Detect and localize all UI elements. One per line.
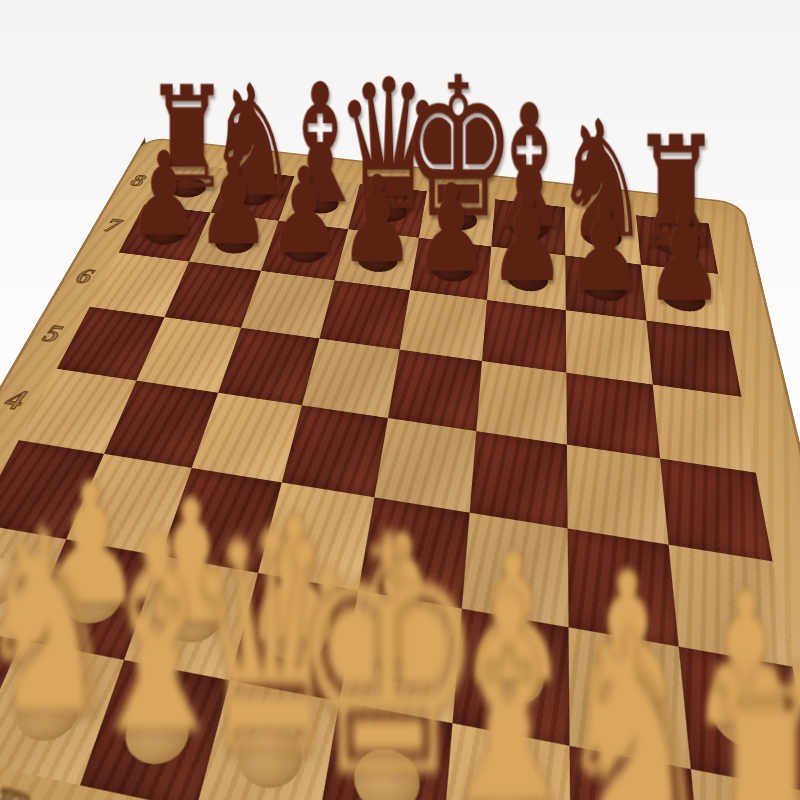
photo-scene: 87654321ABCDEFGH ♜♞♝♛♚♝♞♜♟♟♟♟♟♟♟♟♟♟♟♟♟♟♟… (0, 0, 800, 800)
rank-label-5: 5 (38, 320, 68, 349)
square-f5[interactable] (476, 361, 567, 445)
square-e5[interactable] (388, 350, 482, 432)
perspective-wrap: 87654321ABCDEFGH ♜♞♝♛♚♝♞♜♟♟♟♟♟♟♟♟♟♟♟♟♟♟♟… (0, 0, 800, 800)
piece-light-rook-h1[interactable]: ♜ (638, 635, 800, 800)
square-d6[interactable] (319, 280, 410, 349)
square-g5[interactable] (566, 373, 660, 459)
file-label-b: B (0, 770, 43, 800)
rank-label-6: 6 (71, 264, 99, 289)
chess-board: 87654321ABCDEFGH ♜♞♝♛♚♝♞♜♟♟♟♟♟♟♟♟♟♟♟♟♟♟♟… (0, 137, 800, 800)
square-d5[interactable] (302, 339, 400, 418)
rank-label-4: 4 (0, 383, 33, 416)
square-e6[interactable] (400, 290, 487, 361)
square-h5[interactable] (653, 385, 756, 473)
square-f6[interactable] (482, 300, 566, 373)
file-label-c: C (89, 794, 157, 800)
